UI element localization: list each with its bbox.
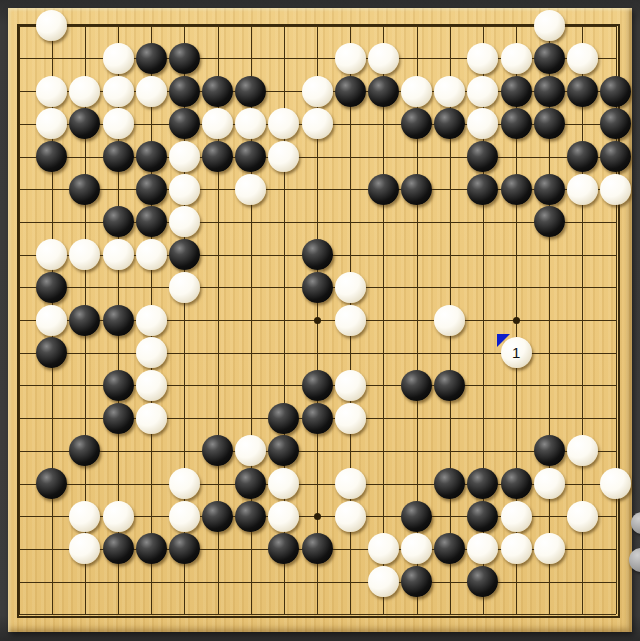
stone-white (235, 174, 266, 205)
stone-white (169, 272, 200, 303)
stone-white (136, 403, 167, 434)
stone-black (103, 206, 134, 237)
stone-black (136, 533, 167, 564)
stone-white (567, 43, 598, 74)
stone-black (103, 533, 134, 564)
stone-black (467, 501, 498, 532)
stone-white (534, 468, 565, 499)
stone-white (335, 501, 366, 532)
stone-black (534, 43, 565, 74)
stone-black (401, 566, 432, 597)
stone-black (434, 468, 465, 499)
stone-white (534, 10, 565, 41)
stone-white (335, 403, 366, 434)
stone-black (401, 501, 432, 532)
stone-black (302, 272, 333, 303)
stone-white (136, 305, 167, 336)
stone-black (501, 468, 532, 499)
star-point (314, 317, 321, 324)
stone-black (534, 206, 565, 237)
stone-black (335, 76, 366, 107)
stone-white (501, 501, 532, 532)
stone-black (36, 141, 67, 172)
stone-black (36, 468, 67, 499)
stone-black (268, 403, 299, 434)
stone-white (136, 370, 167, 401)
stone-black (103, 370, 134, 401)
stone-white (302, 108, 333, 139)
stone-white (368, 43, 399, 74)
stone-black (600, 141, 631, 172)
stone-black (235, 468, 266, 499)
stone-white (103, 501, 134, 532)
stone-black (534, 174, 565, 205)
stone-black (169, 108, 200, 139)
stone-black (103, 141, 134, 172)
stone-white (567, 174, 598, 205)
stone-black (103, 403, 134, 434)
stone-white (600, 468, 631, 499)
stone-black (235, 501, 266, 532)
stone-white (501, 43, 532, 74)
stone-black (600, 108, 631, 139)
stone-black (567, 141, 598, 172)
stone-black (136, 206, 167, 237)
stone-black (567, 76, 598, 107)
stone-white (335, 468, 366, 499)
stone-white (335, 43, 366, 74)
stone-white (368, 566, 399, 597)
stone-white (467, 76, 498, 107)
star-point (314, 513, 321, 520)
stone-black (501, 108, 532, 139)
stone-white (169, 141, 200, 172)
stone-white (169, 468, 200, 499)
stone-white (69, 76, 100, 107)
stone-white (335, 305, 366, 336)
stone-white (302, 76, 333, 107)
stone-black (169, 76, 200, 107)
stone-black (534, 108, 565, 139)
stone-white (136, 337, 167, 368)
stone-black (103, 305, 134, 336)
stone-black (501, 76, 532, 107)
stone-black (69, 174, 100, 205)
stone-black (302, 533, 333, 564)
stone-white (69, 501, 100, 532)
stone-white (401, 76, 432, 107)
offboard-tray-stone (631, 512, 640, 534)
stone-white (36, 76, 67, 107)
stone-black (600, 76, 631, 107)
stone-black (302, 239, 333, 270)
stone-white (268, 501, 299, 532)
stone-white (136, 239, 167, 270)
stone-black (136, 141, 167, 172)
stone-black (235, 141, 266, 172)
stone-white (434, 305, 465, 336)
stone-white (600, 174, 631, 205)
stone-white (434, 76, 465, 107)
stone-black (202, 141, 233, 172)
go-board[interactable]: 1 (8, 8, 632, 632)
move-number-label: 1 (501, 337, 532, 368)
stone-white (567, 501, 598, 532)
stone-white (335, 370, 366, 401)
stone-black (401, 174, 432, 205)
stone-black (401, 370, 432, 401)
stone-black (36, 272, 67, 303)
stone-black (467, 174, 498, 205)
stone-black (202, 76, 233, 107)
stone-white (136, 76, 167, 107)
stone-black (169, 239, 200, 270)
stone-black (302, 403, 333, 434)
stone-white (36, 305, 67, 336)
stone-black (136, 43, 167, 74)
stone-white (335, 272, 366, 303)
stone-black (534, 435, 565, 466)
stone-white (169, 501, 200, 532)
stone-black (534, 76, 565, 107)
stone-white (103, 108, 134, 139)
stone-black (434, 370, 465, 401)
stone-white (501, 533, 532, 564)
stone-white (103, 43, 134, 74)
stone-white (169, 174, 200, 205)
stone-black (69, 305, 100, 336)
stone-white (567, 435, 598, 466)
stone-black (302, 370, 333, 401)
stone-black (169, 43, 200, 74)
stone-black (235, 76, 266, 107)
stone-white (103, 239, 134, 270)
stone-black (368, 76, 399, 107)
stone-black (136, 174, 167, 205)
stone-white (103, 76, 134, 107)
star-point (513, 317, 520, 324)
stone-white (534, 533, 565, 564)
stone-black (501, 174, 532, 205)
stone-black (368, 174, 399, 205)
stone-black (202, 501, 233, 532)
